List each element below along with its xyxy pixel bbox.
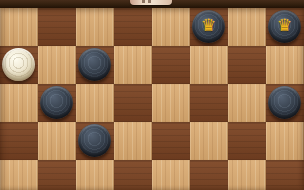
- square-r4c2[interactable]: [76, 160, 114, 190]
- square-r1c3[interactable]: [114, 46, 152, 84]
- square-r4c3[interactable]: [114, 160, 152, 190]
- top-hud-bar: [0, 0, 304, 8]
- square-r2c7[interactable]: [266, 84, 304, 122]
- square-r4c4[interactable]: [152, 160, 190, 190]
- square-r0c7[interactable]: ♛: [266, 8, 304, 46]
- square-r0c3[interactable]: [114, 8, 152, 46]
- square-r1c1[interactable]: [38, 46, 76, 84]
- square-r2c0[interactable]: [0, 84, 38, 122]
- square-r0c0[interactable]: [0, 8, 38, 46]
- dark-king[interactable]: ♛: [268, 10, 301, 43]
- square-r0c4[interactable]: [152, 8, 190, 46]
- square-r1c7[interactable]: [266, 46, 304, 84]
- square-r0c2[interactable]: [76, 8, 114, 46]
- square-r3c1[interactable]: [38, 122, 76, 160]
- square-r4c7[interactable]: [266, 160, 304, 190]
- square-r3c3[interactable]: [114, 122, 152, 160]
- square-r3c2[interactable]: [76, 122, 114, 160]
- dark-man[interactable]: [78, 124, 111, 157]
- square-r1c4[interactable]: [152, 46, 190, 84]
- square-r0c5[interactable]: ♛: [190, 8, 228, 46]
- square-r2c2[interactable]: [76, 84, 114, 122]
- hud-score-chip: [130, 0, 172, 5]
- dark-king[interactable]: ♛: [192, 10, 225, 43]
- white-man[interactable]: [2, 48, 35, 81]
- square-r0c1[interactable]: [38, 8, 76, 46]
- dark-man[interactable]: [78, 48, 111, 81]
- square-r4c0[interactable]: [0, 160, 38, 190]
- square-r2c3[interactable]: [114, 84, 152, 122]
- square-r2c6[interactable]: [228, 84, 266, 122]
- square-r4c1[interactable]: [38, 160, 76, 190]
- square-r3c7[interactable]: [266, 122, 304, 160]
- square-r2c1[interactable]: [38, 84, 76, 122]
- square-r3c5[interactable]: [190, 122, 228, 160]
- square-r1c0[interactable]: [0, 46, 38, 84]
- square-r0c6[interactable]: [228, 8, 266, 46]
- square-r4c6[interactable]: [228, 160, 266, 190]
- dark-man[interactable]: [268, 86, 301, 119]
- square-r3c6[interactable]: [228, 122, 266, 160]
- square-r3c0[interactable]: [0, 122, 38, 160]
- dark-man[interactable]: [40, 86, 73, 119]
- square-r3c4[interactable]: [152, 122, 190, 160]
- square-r2c4[interactable]: [152, 84, 190, 122]
- checkers-game-screen: ♛♛: [0, 0, 304, 190]
- square-r1c2[interactable]: [76, 46, 114, 84]
- square-r1c6[interactable]: [228, 46, 266, 84]
- square-r4c5[interactable]: [190, 160, 228, 190]
- square-r2c5[interactable]: [190, 84, 228, 122]
- square-r1c5[interactable]: [190, 46, 228, 84]
- crown-icon: ♛: [277, 17, 292, 34]
- crown-icon: ♛: [201, 17, 216, 34]
- board: ♛♛: [0, 8, 304, 190]
